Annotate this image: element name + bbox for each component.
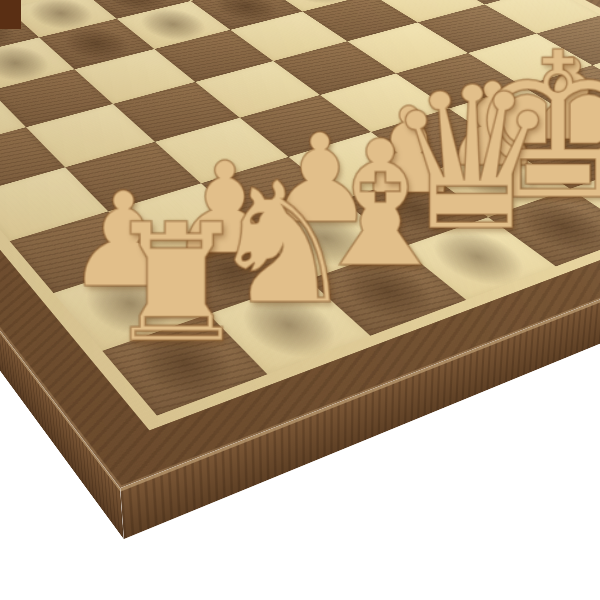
chess-board: ♜♞♟♝♟♚♟♛♟♝♟♞♟♟♜♟♟♜♟♟♞♟♝♟♚♟♛♟♝♟♞♜ [0,0,600,488]
black-pawn-glyph: ♟ [0,0,97,64]
chess-set-product-photo: ♜♞♟♝♟♚♟♛♟♝♟♞♟♟♜♟♟♜♟♟♞♟♝♟♚♟♛♟♝♟♞♜ [0,0,600,600]
black-pawn-glyph: ♟ [0,0,14,85]
white-rook-glyph: ♜ [57,203,297,365]
perspective-scene: ♜♞♟♝♟♚♟♛♟♝♟♞♟♟♜♟♟♜♟♟♞♟♝♟♚♟♛♟♝♟♞♜ [0,0,600,600]
